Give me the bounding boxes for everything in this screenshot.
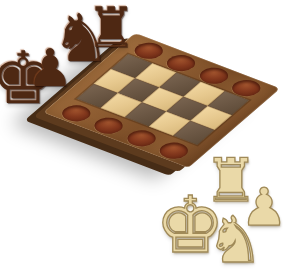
light-knight-piece: ♞ [203,208,267,270]
rook-glyph: ♜ [86,0,136,56]
piece-pit [122,127,161,149]
knight-glyph: ♞ [206,208,263,270]
dark-rook-piece: ♜ [83,0,139,56]
piece-pit [155,139,194,161]
piece-pit [57,102,96,124]
chess-set-product-photo: ♚♟♞♜♜♟♚♞ [0,0,285,270]
piece-pit [90,114,129,136]
